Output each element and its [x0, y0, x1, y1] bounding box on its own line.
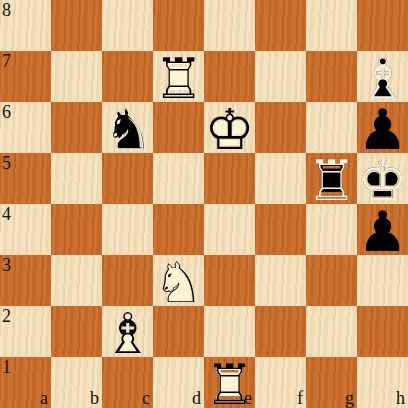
- rank-label-8: 8: [2, 1, 11, 19]
- square-g2[interactable]: [306, 306, 357, 357]
- square-g6[interactable]: [306, 102, 357, 153]
- square-h1[interactable]: h: [357, 357, 408, 408]
- pawn-solid-glyph: ♟: [357, 102, 408, 153]
- rank-label-3: 3: [2, 256, 11, 274]
- square-b4[interactable]: [51, 204, 102, 255]
- square-h7[interactable]: ♝♗: [357, 51, 408, 102]
- square-h6[interactable]: ♟: [357, 102, 408, 153]
- square-b2[interactable]: [51, 306, 102, 357]
- knight-outline-glyph: ♘: [102, 102, 153, 153]
- file-label-b: b: [90, 389, 99, 407]
- square-a5[interactable]: 5: [0, 153, 51, 204]
- square-c6[interactable]: ♞♘: [102, 102, 153, 153]
- square-h5[interactable]: ♚♔: [357, 153, 408, 204]
- rank-label-7: 7: [2, 52, 11, 70]
- square-b3[interactable]: [51, 255, 102, 306]
- square-b5[interactable]: [51, 153, 102, 204]
- square-f2[interactable]: [255, 306, 306, 357]
- square-d1[interactable]: d: [153, 357, 204, 408]
- square-e7[interactable]: [204, 51, 255, 102]
- rook-outline-glyph: ♖: [306, 153, 357, 204]
- piece-white-knight-d3[interactable]: ♞♘: [153, 255, 204, 306]
- king-outline-glyph: ♔: [204, 102, 255, 153]
- square-c3[interactable]: [102, 255, 153, 306]
- square-d3[interactable]: ♞♘: [153, 255, 204, 306]
- piece-black-king-h5[interactable]: ♚♔: [357, 153, 408, 204]
- pawn-solid-glyph: ♟: [357, 204, 408, 255]
- square-f4[interactable]: [255, 204, 306, 255]
- square-h2[interactable]: [357, 306, 408, 357]
- square-d8[interactable]: [153, 0, 204, 51]
- rook-outline-glyph: ♖: [153, 51, 204, 102]
- square-f1[interactable]: f: [255, 357, 306, 408]
- bishop-outline-glyph: ♗: [102, 306, 153, 357]
- square-a4[interactable]: 4: [0, 204, 51, 255]
- square-e6[interactable]: ♚♔: [204, 102, 255, 153]
- square-g5[interactable]: ♜♖: [306, 153, 357, 204]
- square-h8[interactable]: [357, 0, 408, 51]
- square-e2[interactable]: [204, 306, 255, 357]
- square-f8[interactable]: [255, 0, 306, 51]
- square-g1[interactable]: g: [306, 357, 357, 408]
- square-d7[interactable]: ♜♖: [153, 51, 204, 102]
- square-a6[interactable]: 6: [0, 102, 51, 153]
- file-label-h: h: [396, 389, 405, 407]
- square-a2[interactable]: 2: [0, 306, 51, 357]
- piece-white-king-e6[interactable]: ♚♔: [204, 102, 255, 153]
- king-outline-glyph: ♔: [357, 153, 408, 204]
- piece-black-pawn-h6[interactable]: ♟: [357, 102, 408, 153]
- square-c7[interactable]: [102, 51, 153, 102]
- square-c2[interactable]: ♝♗: [102, 306, 153, 357]
- square-e1[interactable]: e♜♖: [204, 357, 255, 408]
- square-e8[interactable]: [204, 0, 255, 51]
- rank-label-4: 4: [2, 205, 11, 223]
- square-b6[interactable]: [51, 102, 102, 153]
- knight-outline-glyph: ♘: [153, 255, 204, 306]
- square-d5[interactable]: [153, 153, 204, 204]
- square-d4[interactable]: [153, 204, 204, 255]
- file-label-a: a: [40, 389, 48, 407]
- square-a3[interactable]: 3: [0, 255, 51, 306]
- square-f3[interactable]: [255, 255, 306, 306]
- square-f6[interactable]: [255, 102, 306, 153]
- square-e3[interactable]: [204, 255, 255, 306]
- bishop-outline-glyph: ♗: [357, 51, 408, 102]
- square-b8[interactable]: [51, 0, 102, 51]
- square-g7[interactable]: [306, 51, 357, 102]
- file-label-c: c: [142, 389, 150, 407]
- piece-white-bishop-c2[interactable]: ♝♗: [102, 306, 153, 357]
- rank-label-5: 5: [2, 154, 11, 172]
- square-f5[interactable]: [255, 153, 306, 204]
- piece-black-knight-c6[interactable]: ♞♘: [102, 102, 153, 153]
- square-b1[interactable]: b: [51, 357, 102, 408]
- rank-label-2: 2: [2, 307, 11, 325]
- piece-black-pawn-h4[interactable]: ♟: [357, 204, 408, 255]
- square-a1[interactable]: 1a: [0, 357, 51, 408]
- piece-black-bishop-h7[interactable]: ♝♗: [357, 51, 408, 102]
- rank-label-1: 1: [2, 358, 11, 376]
- piece-black-rook-g5[interactable]: ♜♖: [306, 153, 357, 204]
- chess-board: 87♜♖♝♗6♞♘♚♔♟5♜♖♚♔4♟3♞♘2♝♗1abcde♜♖fgh: [0, 0, 408, 408]
- file-label-g: g: [345, 389, 354, 407]
- piece-white-rook-d7[interactable]: ♜♖: [153, 51, 204, 102]
- square-g3[interactable]: [306, 255, 357, 306]
- square-a7[interactable]: 7: [0, 51, 51, 102]
- square-g8[interactable]: [306, 0, 357, 51]
- square-e4[interactable]: [204, 204, 255, 255]
- square-a8[interactable]: 8: [0, 0, 51, 51]
- square-h4[interactable]: ♟: [357, 204, 408, 255]
- square-f7[interactable]: [255, 51, 306, 102]
- file-label-f: f: [297, 389, 303, 407]
- square-c8[interactable]: [102, 0, 153, 51]
- file-label-e: e: [244, 389, 252, 407]
- square-b7[interactable]: [51, 51, 102, 102]
- file-label-d: d: [192, 389, 201, 407]
- square-c4[interactable]: [102, 204, 153, 255]
- rank-label-6: 6: [2, 103, 11, 121]
